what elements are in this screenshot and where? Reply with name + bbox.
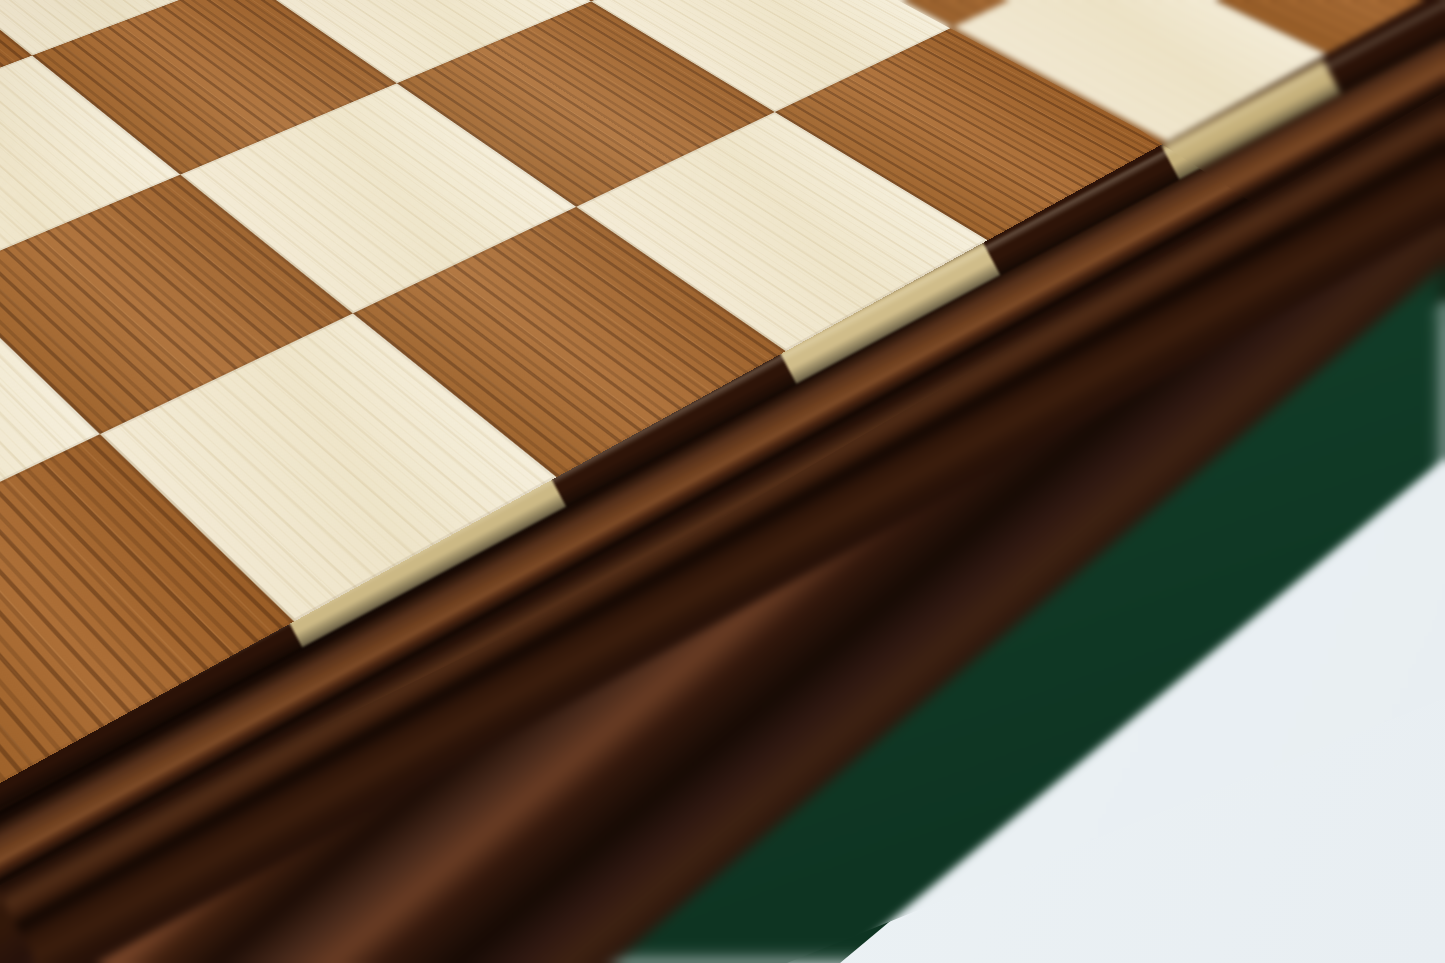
photo-stage <box>0 0 1445 963</box>
